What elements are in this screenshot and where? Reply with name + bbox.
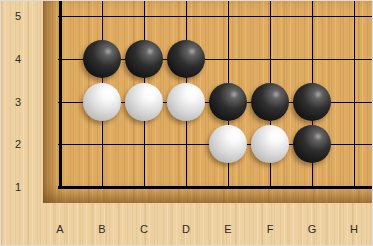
col-label-B: B — [92, 222, 112, 236]
stone-black-f3[interactable] — [251, 83, 289, 121]
row-label-3: 3 — [8, 95, 28, 109]
stone-white-d3[interactable] — [167, 83, 205, 121]
grid-line-col-H — [354, 1, 355, 188]
grid-line-row-1 — [58, 186, 373, 189]
col-label-D: D — [176, 222, 196, 236]
stone-black-g2[interactable] — [293, 125, 331, 163]
stone-black-e3[interactable] — [209, 83, 247, 121]
col-label-E: E — [218, 222, 238, 236]
stone-black-d4[interactable] — [167, 40, 205, 78]
col-label-F: F — [260, 222, 280, 236]
stone-black-b4[interactable] — [83, 40, 121, 78]
row-label-1: 1 — [8, 180, 28, 194]
stone-white-c3[interactable] — [125, 83, 163, 121]
stone-black-g3[interactable] — [293, 83, 331, 121]
row-label-2: 2 — [8, 137, 28, 151]
col-label-A: A — [50, 222, 70, 236]
grid-line-row-5 — [58, 16, 373, 17]
stone-white-b3[interactable] — [83, 83, 121, 121]
go-board-screenshot: 54321ABCDEFGH — [0, 0, 373, 246]
col-label-H: H — [344, 222, 364, 236]
grid-line-col-A — [59, 1, 62, 188]
stone-white-f2[interactable] — [251, 125, 289, 163]
stone-black-c4[interactable] — [125, 40, 163, 78]
stone-white-e2[interactable] — [209, 125, 247, 163]
row-label-4: 4 — [8, 52, 28, 66]
col-label-G: G — [302, 222, 322, 236]
col-label-C: C — [134, 222, 154, 236]
row-label-5: 5 — [8, 9, 28, 23]
